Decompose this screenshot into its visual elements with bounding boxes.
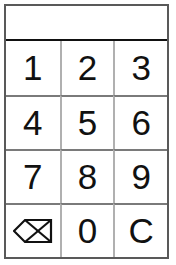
key-2[interactable]: 2: [60, 41, 114, 95]
keypad-keys-grid: 1 2 3 4 5 6 7 8 9: [6, 41, 167, 257]
key-0[interactable]: 0: [60, 203, 114, 257]
key-1-label: 1: [23, 48, 42, 88]
key-0-label: 0: [78, 211, 97, 251]
key-4-label: 4: [23, 103, 42, 143]
numeric-keypad: 1 2 3 4 5 6 7 8 9: [4, 4, 169, 259]
key-5-label: 5: [78, 103, 97, 143]
key-clear-label: C: [129, 211, 154, 251]
key-3[interactable]: 3: [113, 41, 167, 95]
key-6[interactable]: 6: [113, 95, 167, 149]
key-1[interactable]: 1: [6, 41, 60, 95]
key-8-label: 8: [78, 157, 97, 197]
numeric-keypad-widget: 1 2 3 4 5 6 7 8 9: [0, 0, 176, 265]
backspace-icon: [13, 218, 53, 244]
key-7-label: 7: [23, 157, 42, 197]
key-backspace[interactable]: [6, 203, 60, 257]
key-3-label: 3: [131, 48, 150, 88]
key-2-label: 2: [78, 48, 97, 88]
key-7[interactable]: 7: [6, 149, 60, 203]
key-9-label: 9: [131, 157, 150, 197]
key-9[interactable]: 9: [113, 149, 167, 203]
key-5[interactable]: 5: [60, 95, 114, 149]
key-clear[interactable]: C: [113, 203, 167, 257]
key-6-label: 6: [131, 103, 150, 143]
key-8[interactable]: 8: [60, 149, 114, 203]
key-4[interactable]: 4: [6, 95, 60, 149]
keypad-display: [6, 6, 167, 41]
